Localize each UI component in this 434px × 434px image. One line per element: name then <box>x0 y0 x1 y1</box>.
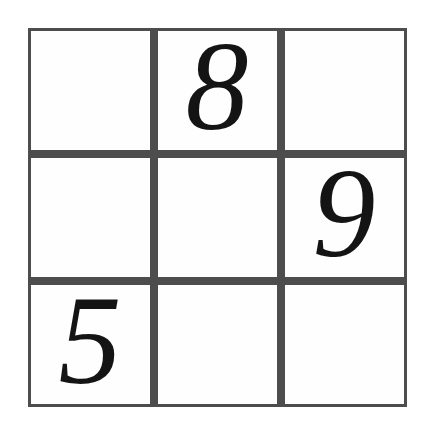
cell-r2c1[interactable] <box>31 158 150 277</box>
cell-r1c3[interactable] <box>285 31 404 150</box>
cell-r1c2[interactable]: 8 <box>158 31 277 150</box>
cell-r2c3[interactable]: 9 <box>285 158 404 277</box>
cell-r3c3[interactable] <box>285 285 404 404</box>
page: 8 9 5 <box>0 0 434 434</box>
cell-r3c1[interactable]: 5 <box>31 285 150 404</box>
cell-r1c1[interactable] <box>31 31 150 150</box>
cell-r2c2[interactable] <box>158 158 277 277</box>
sudoku-board: 8 9 5 <box>28 28 407 407</box>
cell-r3c2[interactable] <box>158 285 277 404</box>
